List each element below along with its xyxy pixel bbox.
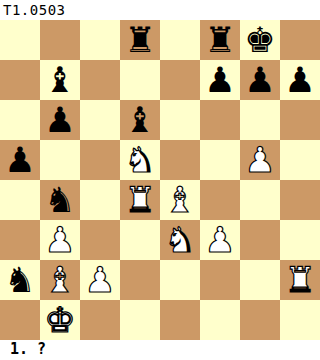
square-b8[interactable] [40,20,80,60]
square-d2[interactable] [120,260,160,300]
square-e4[interactable]: ♝ [160,180,200,220]
square-f5[interactable] [200,140,240,180]
square-e3[interactable]: ♞ [160,220,200,260]
square-f3[interactable]: ♟ [200,220,240,260]
square-b5[interactable] [40,140,80,180]
black-pawn-b6: ♟ [44,100,75,140]
white-king-b1: ♚ [44,300,75,340]
white-pawn-f3: ♟ [204,220,235,260]
white-bishop-b2: ♝ [44,260,75,300]
white-pawn-g5: ♟ [244,140,275,180]
square-a2[interactable]: ♞ [0,260,40,300]
square-h8[interactable] [280,20,320,60]
square-g1[interactable] [240,300,280,340]
square-c5[interactable] [80,140,120,180]
square-f4[interactable] [200,180,240,220]
square-h6[interactable] [280,100,320,140]
square-h5[interactable] [280,140,320,180]
white-rook-h2: ♜ [284,260,315,300]
puzzle-id: T1.0503 [0,0,320,20]
move-prompt: 1. ? [0,340,320,360]
white-rook-d4: ♜ [124,180,155,220]
square-g6[interactable] [240,100,280,140]
black-bishop-b7: ♝ [44,60,75,100]
square-d5[interactable]: ♞ [120,140,160,180]
black-rook-f8: ♜ [204,20,235,60]
square-g2[interactable] [240,260,280,300]
square-e6[interactable] [160,100,200,140]
black-bishop-d6: ♝ [124,100,155,140]
square-h7[interactable]: ♟ [280,60,320,100]
square-h2[interactable]: ♜ [280,260,320,300]
square-g5[interactable]: ♟ [240,140,280,180]
square-e1[interactable] [160,300,200,340]
square-b6[interactable]: ♟ [40,100,80,140]
square-e7[interactable] [160,60,200,100]
square-c7[interactable] [80,60,120,100]
square-c8[interactable] [80,20,120,60]
white-knight-e3: ♞ [164,220,195,260]
black-pawn-f7: ♟ [204,60,235,100]
square-d1[interactable] [120,300,160,340]
square-e2[interactable] [160,260,200,300]
square-b7[interactable]: ♝ [40,60,80,100]
chess-puzzle-window: T1.0503 ♜♜♚♝♟♟♟♟♝♟♞♟♞♜♝♟♞♟♞♝♟♜♚ 1. ? [0,0,320,360]
square-a5[interactable]: ♟ [0,140,40,180]
white-pawn-b3: ♟ [44,220,75,260]
square-a8[interactable] [0,20,40,60]
square-g3[interactable] [240,220,280,260]
square-b3[interactable]: ♟ [40,220,80,260]
square-c4[interactable] [80,180,120,220]
black-knight-a2: ♞ [4,260,35,300]
square-b1[interactable]: ♚ [40,300,80,340]
square-h3[interactable] [280,220,320,260]
black-pawn-h7: ♟ [284,60,315,100]
square-g8[interactable]: ♚ [240,20,280,60]
square-e8[interactable] [160,20,200,60]
square-h1[interactable] [280,300,320,340]
square-a1[interactable] [0,300,40,340]
square-e5[interactable] [160,140,200,180]
square-a3[interactable] [0,220,40,260]
square-f6[interactable] [200,100,240,140]
white-knight-d5: ♞ [124,140,155,180]
square-f7[interactable]: ♟ [200,60,240,100]
square-c3[interactable] [80,220,120,260]
square-c1[interactable] [80,300,120,340]
square-c6[interactable] [80,100,120,140]
square-g7[interactable]: ♟ [240,60,280,100]
black-pawn-g7: ♟ [244,60,275,100]
chess-board: ♜♜♚♝♟♟♟♟♝♟♞♟♞♜♝♟♞♟♞♝♟♜♚ [0,20,320,340]
black-pawn-a5: ♟ [4,140,35,180]
black-rook-d8: ♜ [124,20,155,60]
square-f1[interactable] [200,300,240,340]
square-d8[interactable]: ♜ [120,20,160,60]
square-d7[interactable] [120,60,160,100]
white-bishop-e4: ♝ [164,180,195,220]
square-h4[interactable] [280,180,320,220]
square-c2[interactable]: ♟ [80,260,120,300]
black-knight-b4: ♞ [44,180,75,220]
square-a7[interactable] [0,60,40,100]
square-b4[interactable]: ♞ [40,180,80,220]
black-king-g8: ♚ [244,20,275,60]
square-f2[interactable] [200,260,240,300]
square-d6[interactable]: ♝ [120,100,160,140]
square-a4[interactable] [0,180,40,220]
square-d4[interactable]: ♜ [120,180,160,220]
square-b2[interactable]: ♝ [40,260,80,300]
square-d3[interactable] [120,220,160,260]
white-pawn-c2: ♟ [84,260,115,300]
square-a6[interactable] [0,100,40,140]
square-g4[interactable] [240,180,280,220]
square-f8[interactable]: ♜ [200,20,240,60]
